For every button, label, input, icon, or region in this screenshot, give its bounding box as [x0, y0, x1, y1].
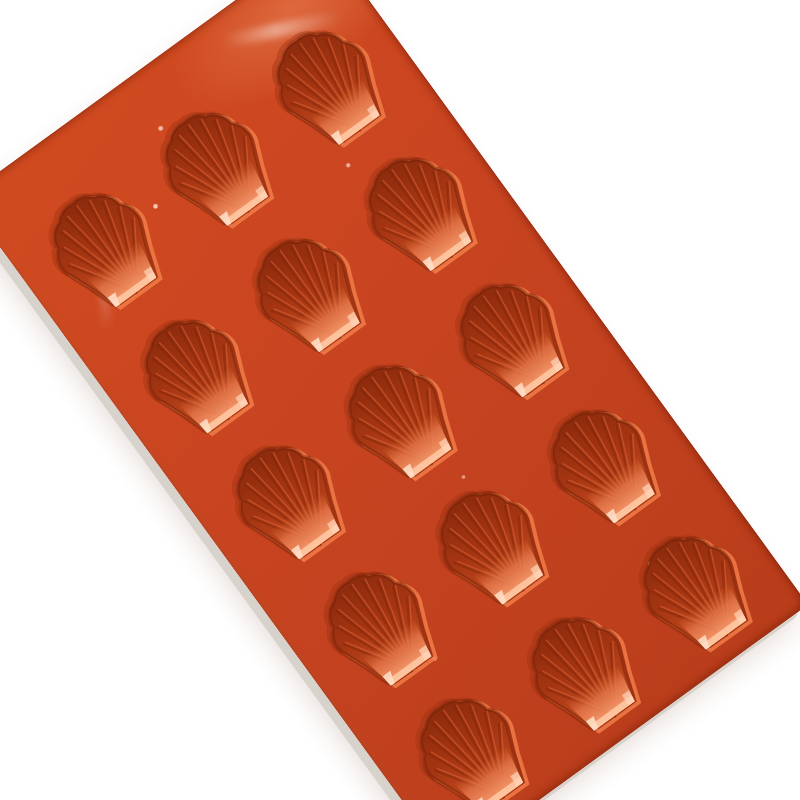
madeleine-mold-tray: [0, 0, 800, 800]
product-photo: [0, 0, 800, 800]
